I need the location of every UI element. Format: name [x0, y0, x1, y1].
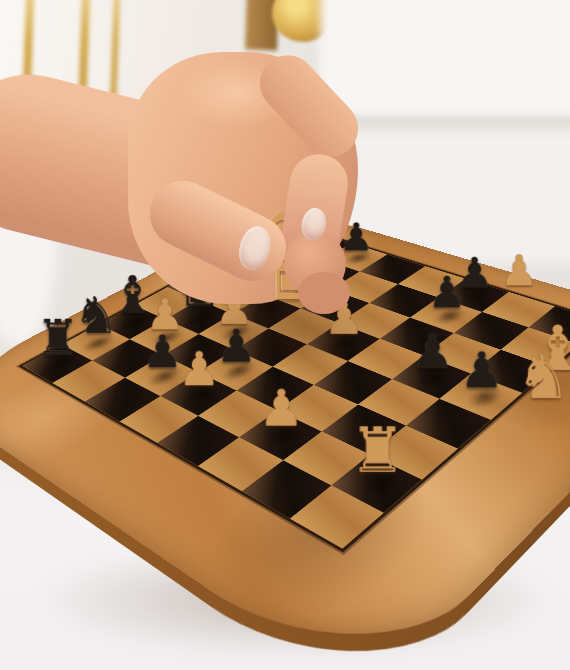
- piece-black-pawn-f7[interactable]: ♟: [413, 270, 479, 314]
- piece-white-pawn-f2[interactable]: ♟: [242, 383, 319, 434]
- photo-scene: ♜♞♝♟♟♚♛♟♟♟♟♟♟♟♟♟♟♜♟ ♝♞♟ ♚: [0, 0, 570, 670]
- square-e1[interactable]: [157, 416, 239, 466]
- square-d2[interactable]: ♟: [160, 372, 236, 416]
- piece-white-rook-h2[interactable]: ♜: [335, 419, 419, 481]
- piece-black-rook-a1[interactable]: ♜: [24, 313, 90, 362]
- rim-piece-white-knight[interactable]: ♞: [504, 347, 570, 408]
- shelf-blur: [320, 0, 570, 122]
- rim-piece-white-pawn[interactable]: ♟: [487, 249, 552, 292]
- ring-fingertip: [298, 272, 350, 314]
